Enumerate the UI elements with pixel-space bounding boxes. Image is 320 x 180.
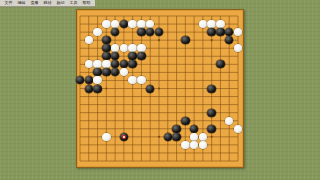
white-stone xyxy=(225,117,233,125)
menu-item-1[interactable]: 编辑 xyxy=(15,0,28,6)
black-stone xyxy=(207,85,215,93)
black-stone xyxy=(120,133,128,141)
prev-move-button[interactable]: ◀ xyxy=(150,178,154,180)
white-stone xyxy=(190,141,198,149)
white-stone xyxy=(93,28,101,36)
black-stone xyxy=(216,60,224,68)
white-stone xyxy=(137,20,145,28)
black-stone xyxy=(85,85,93,93)
stop-button[interactable]: ■ xyxy=(158,178,161,180)
menu-item-0[interactable]: 文件 xyxy=(2,0,15,6)
black-stone xyxy=(207,109,215,117)
menu-item-5[interactable]: 工具 xyxy=(67,0,80,6)
menu-item-6[interactable]: 帮助 xyxy=(80,0,93,6)
black-stone xyxy=(120,20,128,28)
black-stone xyxy=(207,28,215,36)
menu-item-3[interactable]: 跳转 xyxy=(41,0,54,6)
next-move-button[interactable]: ▶ xyxy=(167,178,171,180)
menu-item-4[interactable]: 标记 xyxy=(54,0,67,6)
black-stone xyxy=(137,52,145,60)
white-stone xyxy=(181,141,189,149)
black-stone xyxy=(146,85,154,93)
black-stone xyxy=(190,125,198,133)
desktop: 文件编辑查看跳转标记工具帮助 ◀■▶ xyxy=(0,0,320,180)
go-board[interactable] xyxy=(76,9,244,168)
black-stone xyxy=(207,125,215,133)
black-stone xyxy=(102,52,110,60)
white-stone xyxy=(199,20,207,28)
white-stone xyxy=(102,60,110,68)
white-stone xyxy=(190,133,198,141)
black-stone xyxy=(102,44,110,52)
black-stone xyxy=(102,36,110,44)
playback-controls: ◀■▶ xyxy=(0,169,320,180)
black-stone xyxy=(164,133,172,141)
white-stone xyxy=(234,125,242,133)
white-stone xyxy=(102,20,110,28)
black-stone xyxy=(172,133,180,141)
black-stone xyxy=(93,85,101,93)
white-stone xyxy=(199,133,207,141)
black-stone xyxy=(102,68,110,76)
menu-bar: 文件编辑查看跳转标记工具帮助 xyxy=(0,0,95,7)
black-stone xyxy=(172,125,180,133)
last-move-marker xyxy=(122,135,126,139)
white-stone xyxy=(128,20,136,28)
white-stone xyxy=(85,36,93,44)
black-stone xyxy=(216,28,224,36)
black-stone xyxy=(137,28,145,36)
white-stone xyxy=(207,20,215,28)
white-stone xyxy=(199,141,207,149)
white-stone xyxy=(216,20,224,28)
black-stone xyxy=(181,36,189,44)
menu-item-2[interactable]: 查看 xyxy=(28,0,41,6)
white-stone xyxy=(137,44,145,52)
black-stone xyxy=(181,117,189,125)
white-stone xyxy=(102,133,110,141)
